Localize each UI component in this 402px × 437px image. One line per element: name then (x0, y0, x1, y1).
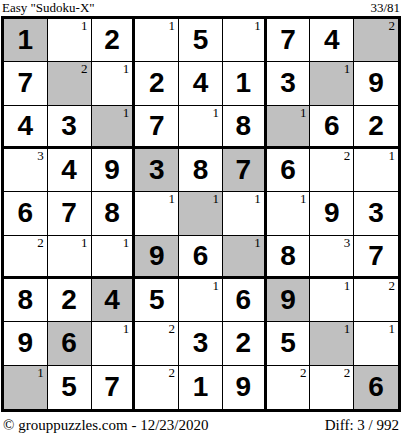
corner-mark: 2 (389, 19, 396, 33)
copyright-text: © grouppuzzles.com - 12/23/2020 (3, 417, 209, 434)
cell-r8c3[interactable]: 1 (92, 322, 136, 365)
cell-value: 3 (61, 112, 77, 140)
cell-value: 1 (235, 69, 251, 97)
cell-r3c5[interactable]: 1 (179, 106, 223, 149)
cell-r5c7[interactable]: 1 (267, 192, 311, 235)
cell-value: 5 (193, 26, 209, 54)
cell-value: 6 (61, 329, 77, 357)
cell-value: 5 (149, 286, 165, 314)
cell-r6c7[interactable]: 8 (267, 236, 311, 279)
cell-r3c4[interactable]: 7 (135, 106, 179, 149)
cell-value: 2 (235, 329, 251, 357)
cell-r8c4[interactable]: 2 (135, 322, 179, 365)
corner-mark: 1 (300, 192, 307, 206)
corner-mark: 1 (344, 322, 351, 336)
cell-value: 5 (61, 373, 77, 401)
corner-mark: 2 (344, 149, 351, 163)
cell-r4c1[interactable]: 3 (4, 149, 48, 192)
cell-r1c6[interactable]: 1 (223, 19, 267, 62)
corner-mark: 1 (123, 62, 130, 76)
cell-r5c6[interactable]: 1 (223, 192, 267, 235)
cell-value: 7 (18, 69, 34, 97)
corner-mark: 2 (300, 366, 307, 380)
cell-r9c8[interactable]: 2 (310, 366, 354, 409)
cell-r2c7[interactable]: 3 (267, 62, 311, 105)
cell-r2c1[interactable]: 7 (4, 62, 48, 105)
corner-mark: 1 (212, 106, 219, 120)
progress-counter: 33/81 (370, 0, 400, 16)
cell-value: 7 (104, 373, 120, 401)
cell-value: 2 (368, 112, 384, 140)
cell-value: 3 (368, 199, 384, 227)
corner-mark: 2 (344, 366, 351, 380)
cell-r5c4[interactable]: 1 (135, 192, 179, 235)
cell-value: 2 (149, 69, 165, 97)
cell-r6c8[interactable]: 3 (310, 236, 354, 279)
footer: © grouppuzzles.com - 12/23/2020 Diff: 3 … (3, 417, 399, 434)
cell-value: 4 (193, 69, 209, 97)
cell-r8c8[interactable]: 1 (310, 322, 354, 365)
cell-r6c5[interactable]: 6 (179, 236, 223, 279)
cell-r7c4[interactable]: 5 (135, 279, 179, 322)
cell-value: 4 (324, 26, 340, 54)
cell-r7c8[interactable]: 1 (310, 279, 354, 322)
cell-r7c9[interactable]: 2 (354, 279, 398, 322)
cell-r9c5[interactable]: 1 (179, 366, 223, 409)
cell-value: 9 (368, 69, 384, 97)
cell-r1c1[interactable]: 1 (4, 19, 48, 62)
cell-r5c9[interactable]: 3 (354, 192, 398, 235)
cell-r4c2[interactable]: 4 (48, 149, 92, 192)
cell-r8c1[interactable]: 9 (4, 322, 48, 365)
corner-mark: 1 (123, 322, 130, 336)
cell-r6c9[interactable]: 7 (354, 236, 398, 279)
corner-mark: 1 (123, 106, 130, 120)
cell-value: 2 (104, 26, 120, 54)
cell-r8c6[interactable]: 2 (223, 322, 267, 365)
cell-r3c6[interactable]: 8 (223, 106, 267, 149)
cell-r2c9[interactable]: 9 (354, 62, 398, 105)
cell-r8c5[interactable]: 3 (179, 322, 223, 365)
cell-r1c4[interactable]: 1 (135, 19, 179, 62)
cell-r1c7[interactable]: 7 (267, 19, 311, 62)
cell-r8c7[interactable]: 5 (267, 322, 311, 365)
cell-value: 2 (61, 286, 77, 314)
corner-mark: 1 (37, 366, 44, 380)
cell-r9c3[interactable]: 7 (92, 366, 136, 409)
cell-r5c1[interactable]: 6 (4, 192, 48, 235)
cell-value: 4 (61, 156, 77, 184)
cell-r4c7[interactable]: 6 (267, 149, 311, 192)
cell-r7c3[interactable]: 4 (92, 279, 136, 322)
corner-mark: 1 (81, 19, 88, 33)
cell-r1c9[interactable]: 2 (354, 19, 398, 62)
corner-mark: 1 (123, 236, 130, 250)
cell-r1c3[interactable]: 2 (92, 19, 136, 62)
cell-value: 7 (235, 156, 251, 184)
cell-value: 1 (193, 373, 209, 401)
cell-r6c4[interactable]: 9 (135, 236, 179, 279)
cell-r6c1[interactable]: 2 (4, 236, 48, 279)
sudoku-grid: 1121517427212413194317181623493876216781… (1, 16, 401, 412)
corner-mark: 1 (212, 192, 219, 206)
cell-r9c6[interactable]: 9 (223, 366, 267, 409)
cell-value: 9 (104, 156, 120, 184)
cell-value: 8 (18, 286, 34, 314)
corner-mark: 1 (169, 19, 176, 33)
cell-r4c9[interactable]: 1 (354, 149, 398, 192)
cell-value: 1 (18, 26, 34, 54)
header: Easy "Sudoku-X" 33/81 (2, 0, 400, 15)
cell-r2c4[interactable]: 2 (135, 62, 179, 105)
difficulty-text: Diff: 3 / 992 (325, 417, 399, 434)
cell-value: 7 (280, 26, 296, 54)
cell-value: 6 (280, 156, 296, 184)
cell-r4c8[interactable]: 2 (310, 149, 354, 192)
cell-r3c9[interactable]: 2 (354, 106, 398, 149)
cell-r2c3[interactable]: 1 (92, 62, 136, 105)
cell-r3c1[interactable]: 4 (4, 106, 48, 149)
cell-r9c9[interactable]: 6 (354, 366, 398, 409)
corner-mark: 2 (37, 236, 44, 250)
corner-mark: 1 (389, 322, 396, 336)
cell-r5c3[interactable]: 8 (92, 192, 136, 235)
cell-r6c6[interactable]: 1 (223, 236, 267, 279)
corner-mark: 1 (389, 149, 396, 163)
cell-value: 9 (235, 373, 251, 401)
cell-r9c7[interactable]: 2 (267, 366, 311, 409)
cell-value: 4 (18, 112, 34, 140)
cell-value: 6 (235, 286, 251, 314)
cell-value: 9 (18, 329, 34, 357)
cell-value: 6 (193, 242, 209, 270)
corner-mark: 1 (81, 236, 88, 250)
corner-mark: 2 (81, 62, 88, 76)
corner-mark: 3 (37, 149, 44, 163)
cell-r4c4[interactable]: 3 (135, 149, 179, 192)
cell-r8c2[interactable]: 6 (48, 322, 92, 365)
cell-value: 9 (280, 286, 296, 314)
cell-r3c3[interactable]: 1 (92, 106, 136, 149)
cell-value: 9 (149, 242, 165, 270)
cell-r7c6[interactable]: 6 (223, 279, 267, 322)
corner-mark: 1 (254, 192, 261, 206)
cell-r5c2[interactable]: 7 (48, 192, 92, 235)
cell-value: 8 (235, 112, 251, 140)
cell-value: 4 (104, 286, 120, 314)
cell-r2c2[interactable]: 2 (48, 62, 92, 105)
cell-r6c2[interactable]: 1 (48, 236, 92, 279)
corner-mark: 2 (169, 366, 176, 380)
cell-r1c8[interactable]: 4 (310, 19, 354, 62)
cell-value: 3 (193, 329, 209, 357)
cell-r3c7[interactable]: 1 (267, 106, 311, 149)
corner-mark: 1 (344, 279, 351, 293)
page-title: Easy "Sudoku-X" (2, 0, 95, 16)
cell-r5c8[interactable]: 9 (310, 192, 354, 235)
cell-r9c2[interactable]: 5 (48, 366, 92, 409)
cell-r5c5[interactable]: 1 (179, 192, 223, 235)
cell-r8c9[interactable]: 1 (354, 322, 398, 365)
cell-value: 3 (280, 69, 296, 97)
corner-mark: 2 (169, 322, 176, 336)
corner-mark: 1 (254, 19, 261, 33)
cell-r9c1[interactable]: 1 (4, 366, 48, 409)
corner-mark: 1 (254, 236, 261, 250)
cell-r2c8[interactable]: 1 (310, 62, 354, 105)
corner-mark: 1 (344, 62, 351, 76)
corner-mark: 1 (212, 279, 219, 293)
cell-r7c7[interactable]: 9 (267, 279, 311, 322)
cell-value: 5 (280, 329, 296, 357)
cell-r4c6[interactable]: 7 (223, 149, 267, 192)
cell-value: 7 (149, 112, 165, 140)
cell-value: 6 (368, 373, 384, 401)
cell-r4c3[interactable]: 9 (92, 149, 136, 192)
cell-value: 6 (18, 199, 34, 227)
cell-r7c1[interactable]: 8 (4, 279, 48, 322)
cell-r7c5[interactable]: 1 (179, 279, 223, 322)
cell-value: 8 (193, 156, 209, 184)
corner-mark: 1 (169, 192, 176, 206)
cell-value: 8 (104, 199, 120, 227)
cell-r2c6[interactable]: 1 (223, 62, 267, 105)
cell-r4c5[interactable]: 8 (179, 149, 223, 192)
cell-r6c3[interactable]: 1 (92, 236, 136, 279)
corner-mark: 2 (389, 279, 396, 293)
cell-r3c2[interactable]: 3 (48, 106, 92, 149)
cell-r2c5[interactable]: 4 (179, 62, 223, 105)
cell-value: 7 (61, 199, 77, 227)
corner-mark: 1 (300, 106, 307, 120)
corner-mark: 3 (344, 236, 351, 250)
cell-r7c2[interactable]: 2 (48, 279, 92, 322)
cell-r1c5[interactable]: 5 (179, 19, 223, 62)
cell-value: 3 (149, 156, 165, 184)
cell-value: 6 (324, 112, 340, 140)
cell-r3c8[interactable]: 6 (310, 106, 354, 149)
cell-r1c2[interactable]: 1 (48, 19, 92, 62)
cell-value: 8 (280, 242, 296, 270)
cell-r9c4[interactable]: 2 (135, 366, 179, 409)
cell-value: 7 (368, 242, 384, 270)
cell-value: 9 (324, 199, 340, 227)
